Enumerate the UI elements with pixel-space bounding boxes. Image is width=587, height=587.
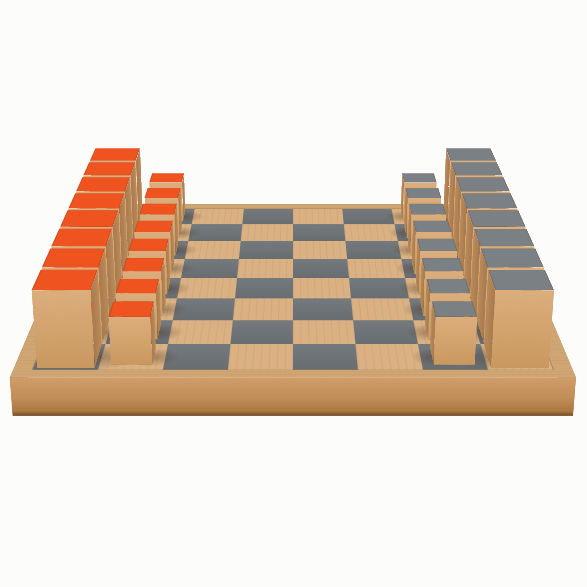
square-d4 bbox=[235, 278, 293, 298]
piece-painted-top bbox=[413, 221, 452, 232]
piece-painted-top bbox=[446, 148, 496, 161]
piece-painted-top bbox=[108, 301, 154, 316]
piece-front-face bbox=[31, 290, 94, 368]
square-d6 bbox=[239, 241, 293, 259]
square-d8 bbox=[242, 209, 293, 225]
piece-painted-top bbox=[116, 279, 160, 293]
piece-front-face bbox=[434, 317, 478, 365]
piece-painted-top bbox=[68, 193, 124, 208]
piece-painted-top bbox=[422, 258, 464, 271]
square-d7 bbox=[241, 224, 293, 241]
piece-orange-rook-a1 bbox=[37, 345, 102, 368]
piece-painted-top bbox=[481, 248, 544, 267]
square-e3 bbox=[293, 298, 353, 320]
piece-gray-pawn-g1 bbox=[430, 348, 475, 364]
piece-front-face bbox=[108, 317, 152, 365]
piece-painted-top bbox=[31, 270, 97, 291]
square-e7 bbox=[293, 224, 345, 241]
piece-painted-top bbox=[145, 188, 181, 198]
square-e4 bbox=[293, 278, 351, 298]
square-d3 bbox=[233, 298, 293, 320]
piece-painted-top bbox=[42, 248, 105, 267]
square-e6 bbox=[293, 241, 347, 259]
piece-painted-top bbox=[462, 193, 518, 208]
piece-painted-top bbox=[456, 177, 510, 191]
piece-painted-top bbox=[128, 239, 168, 251]
piece-painted-top bbox=[149, 173, 184, 182]
chess-set-product-photo bbox=[0, 0, 587, 587]
square-d1 bbox=[228, 344, 293, 370]
piece-painted-top bbox=[409, 204, 446, 215]
piece-painted-top bbox=[51, 229, 112, 247]
piece-painted-top bbox=[405, 188, 441, 198]
square-e1 bbox=[293, 344, 358, 370]
square-e8 bbox=[293, 209, 344, 225]
square-e5 bbox=[293, 259, 349, 278]
piece-painted-top bbox=[60, 210, 118, 226]
board-base-front-edge bbox=[10, 378, 576, 416]
piece-painted-top bbox=[90, 148, 140, 161]
piece-painted-top bbox=[140, 204, 177, 215]
piece-painted-top bbox=[451, 162, 503, 175]
piece-gray-rook-h1 bbox=[484, 345, 549, 368]
square-e2 bbox=[293, 320, 355, 344]
piece-painted-top bbox=[488, 270, 554, 291]
piece-orange-pawn-b1 bbox=[111, 348, 156, 364]
piece-painted-top bbox=[76, 177, 130, 191]
piece-painted-top bbox=[467, 210, 525, 226]
piece-painted-top bbox=[122, 258, 164, 271]
piece-painted-top bbox=[83, 162, 135, 175]
piece-painted-top bbox=[432, 301, 478, 316]
perspective-camera bbox=[0, 0, 587, 587]
piece-painted-top bbox=[417, 239, 457, 251]
square-d5 bbox=[237, 259, 293, 278]
piece-painted-top bbox=[402, 173, 437, 182]
piece-painted-top bbox=[474, 229, 535, 247]
piece-front-face bbox=[491, 290, 554, 368]
chess-board bbox=[10, 204, 576, 378]
piece-painted-top bbox=[134, 221, 173, 232]
piece-painted-top bbox=[427, 279, 471, 293]
square-d2 bbox=[230, 320, 293, 344]
